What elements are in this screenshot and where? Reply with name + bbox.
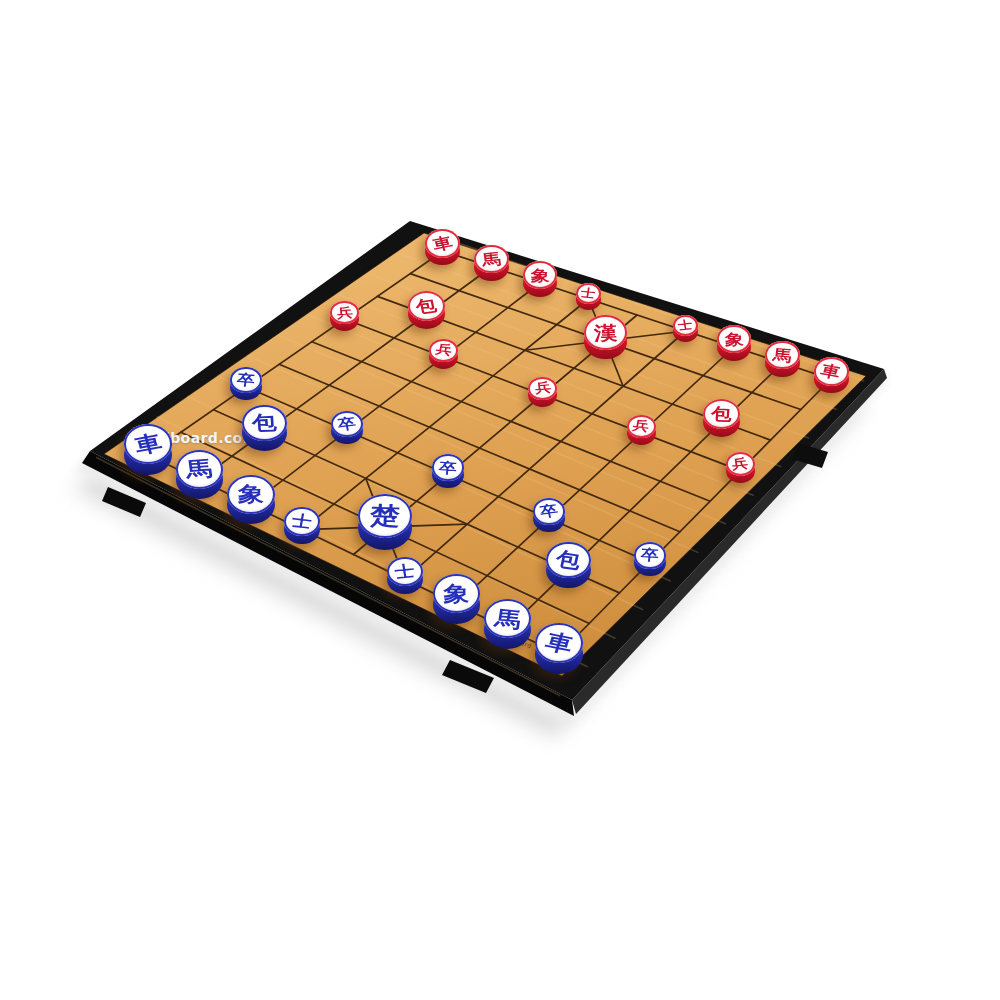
- piece-face: 兵: [528, 377, 557, 401]
- piece-glyph: 卒: [438, 460, 457, 475]
- piece-glyph: 馬: [481, 251, 502, 268]
- piece-face: 包: [703, 399, 740, 430]
- piece-cho-soldier[interactable]: 卒: [533, 498, 565, 532]
- piece-face: 卒: [331, 411, 363, 438]
- piece-han-soldier[interactable]: 兵: [627, 415, 656, 445]
- piece-cho-elephant[interactable]: 象: [227, 475, 275, 524]
- piece-face: 士: [673, 315, 699, 336]
- piece-face: 馬: [765, 341, 799, 369]
- piece-cho-soldier[interactable]: 卒: [331, 411, 363, 445]
- piece-han-chariot[interactable]: 車: [814, 357, 849, 394]
- piece-han-soldier[interactable]: 兵: [429, 339, 458, 369]
- piece-glyph: 包: [711, 405, 733, 422]
- piece-glyph: 卒: [237, 372, 257, 388]
- piece-han-chariot[interactable]: 車: [425, 229, 460, 266]
- piece-han-soldier[interactable]: 兵: [330, 301, 359, 331]
- piece-glyph: 士: [291, 513, 313, 531]
- piece-cho-elephant[interactable]: 象: [433, 574, 481, 623]
- piece-face: 士: [576, 283, 602, 304]
- piece-cho-chariot[interactable]: 車: [124, 424, 173, 475]
- piece-glyph: 卒: [640, 548, 659, 563]
- piece-cho-general[interactable]: 楚: [358, 494, 412, 551]
- piece-han-cannon[interactable]: 包: [703, 399, 740, 438]
- piece-han-soldier[interactable]: 兵: [528, 377, 557, 407]
- piece-han-elephant[interactable]: 象: [717, 325, 751, 361]
- piece-han-horse[interactable]: 馬: [474, 245, 508, 281]
- piece-han-horse[interactable]: 馬: [765, 341, 799, 377]
- piece-glyph: 兵: [632, 419, 650, 434]
- piece-glyph: 兵: [434, 343, 453, 358]
- piece-face: 車: [425, 229, 460, 258]
- piece-glyph: 楚: [370, 504, 401, 529]
- piece-han-soldier[interactable]: 兵: [726, 452, 755, 482]
- piece-han-guard[interactable]: 士: [576, 283, 602, 310]
- piece-glyph: 包: [554, 549, 582, 572]
- piece-face: 馬: [474, 245, 508, 273]
- piece-glyph: 象: [724, 332, 743, 347]
- piece-glyph: 馬: [772, 347, 793, 364]
- janggi-board: [0, 0, 1000, 1000]
- piece-cho-soldier[interactable]: 卒: [230, 367, 262, 401]
- piece-face: 卒: [432, 454, 464, 481]
- piece-cho-guard[interactable]: 士: [387, 557, 423, 594]
- piece-face: 象: [227, 475, 275, 514]
- piece-face: 車: [814, 357, 849, 386]
- piece-glyph: 象: [237, 484, 264, 505]
- piece-face: 兵: [627, 415, 656, 439]
- piece-glyph: 馬: [493, 607, 522, 630]
- piece-glyph: 士: [394, 563, 416, 580]
- piece-cho-horse[interactable]: 馬: [484, 599, 532, 648]
- piece-glyph: 象: [443, 583, 469, 604]
- piece-face: 兵: [726, 452, 755, 476]
- piece-han-guard[interactable]: 士: [673, 315, 699, 342]
- piece-glyph: 卒: [337, 416, 357, 432]
- piece-cho-chariot[interactable]: 車: [535, 623, 584, 674]
- product-photo: 車馬象士士象馬車漢包包兵兵兵兵兵卒卒卒卒卒包包楚車馬象士士象馬車 miboard…: [0, 0, 1000, 1000]
- piece-cho-cannon[interactable]: 包: [546, 542, 591, 588]
- piece-cho-cannon[interactable]: 包: [242, 405, 287, 451]
- piece-glyph: 士: [581, 287, 597, 300]
- piece-glyph: 馬: [185, 458, 214, 481]
- piece-glyph: 包: [251, 412, 277, 433]
- piece-cho-soldier[interactable]: 卒: [634, 542, 666, 576]
- piece-glyph: 兵: [534, 381, 551, 395]
- piece-glyph: 車: [132, 432, 164, 458]
- piece-face: 卒: [533, 498, 565, 525]
- piece-face: 象: [433, 574, 481, 613]
- piece-han-general[interactable]: 漢: [584, 315, 626, 359]
- piece-face: 卒: [634, 542, 666, 569]
- piece-glyph: 兵: [732, 457, 750, 471]
- piece-cho-guard[interactable]: 士: [284, 507, 320, 544]
- piece-glyph: 車: [543, 630, 575, 656]
- piece-han-cannon[interactable]: 包: [408, 291, 445, 330]
- piece-glyph: 卒: [539, 503, 560, 519]
- piece-face: 包: [242, 405, 287, 442]
- piece-cho-horse[interactable]: 馬: [176, 450, 224, 499]
- piece-face: 楚: [358, 494, 412, 539]
- piece-glyph: 包: [415, 297, 439, 316]
- piece-glyph: 車: [819, 362, 842, 381]
- piece-glyph: 漢: [593, 323, 617, 342]
- piece-glyph: 車: [431, 234, 454, 253]
- piece-face: 漢: [584, 315, 626, 350]
- piece-face: 馬: [176, 450, 224, 489]
- piece-cho-soldier[interactable]: 卒: [432, 454, 464, 488]
- piece-glyph: 兵: [336, 306, 353, 320]
- piece-glyph: 象: [531, 268, 550, 283]
- piece-face: 士: [387, 557, 423, 586]
- piece-glyph: 士: [677, 319, 693, 332]
- piece-han-elephant[interactable]: 象: [523, 261, 557, 297]
